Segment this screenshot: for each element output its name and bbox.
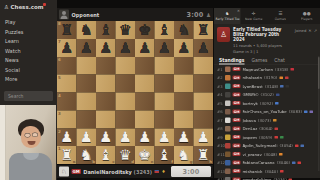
tab-new-game[interactable]: ✛New Game bbox=[241, 8, 268, 24]
standings-row[interactable]: #12GMFabianoCaruana (3046) bbox=[214, 158, 320, 167]
row-flag-icon bbox=[276, 93, 280, 96]
black-pawn[interactable]: ♟ bbox=[177, 41, 190, 56]
square-g7[interactable]: ♟ bbox=[174, 39, 194, 57]
standings-row[interactable]: #1GMMagnusCarlsen (3318) bbox=[214, 65, 320, 74]
black-pawn[interactable]: ♟ bbox=[60, 41, 73, 56]
square-g5[interactable] bbox=[174, 75, 194, 93]
row-player-name[interactable]: MagnusCarlsen bbox=[242, 67, 273, 72]
standings-row[interactable]: #14GMwonderfultime (3036) bbox=[214, 175, 320, 180]
square-e5[interactable] bbox=[135, 75, 155, 93]
file-label: h bbox=[209, 160, 212, 164]
square-d5[interactable] bbox=[116, 75, 136, 93]
square-f7[interactable]: ♟ bbox=[155, 39, 175, 57]
row-title-badge: GM bbox=[233, 135, 241, 139]
app: ♙ Chess.com PlayPuzzlesLearnWatchNewsSoc… bbox=[0, 0, 320, 180]
black-pawn-clock-icon: ♟ bbox=[206, 11, 211, 18]
black-pawn[interactable]: ♟ bbox=[119, 41, 132, 56]
row-flag-icon bbox=[285, 76, 289, 79]
square-a5[interactable]: 5 bbox=[57, 75, 77, 93]
row-flag-icon bbox=[280, 170, 284, 173]
square-h6[interactable] bbox=[194, 57, 214, 75]
row-flag-icon bbox=[275, 102, 279, 105]
share-icon[interactable]: ↗ bbox=[314, 28, 317, 33]
tab-label: Early Titled Tuesda... bbox=[215, 17, 239, 21]
row-rating: (3190) bbox=[264, 75, 277, 80]
row-title-badge: GM bbox=[233, 67, 241, 71]
black-pawn[interactable]: ♟ bbox=[80, 41, 93, 56]
row-flag-icon bbox=[286, 85, 290, 88]
square-a2[interactable]: 2♟ bbox=[57, 128, 77, 146]
white-bishop[interactable]: ♝ bbox=[99, 148, 112, 163]
standings-row[interactable]: #11GMvi_pranav (3048) bbox=[214, 150, 320, 159]
square-g2[interactable]: ♟ bbox=[174, 128, 194, 146]
black-pawn[interactable]: ♟ bbox=[158, 41, 171, 56]
sidebar-item-play[interactable]: Play bbox=[0, 18, 57, 28]
row-avatar bbox=[225, 66, 231, 72]
row-rank: #12 bbox=[217, 160, 223, 165]
square-d6[interactable] bbox=[116, 57, 136, 75]
panel-tabstrip: ♞Early Titled Tuesda...✕✛New Game☰Games●… bbox=[214, 8, 320, 24]
rank-label: 8 bbox=[58, 22, 61, 26]
standings-row[interactable]: #8GMDenLaz (3064) bbox=[214, 124, 320, 133]
opponent-name[interactable]: Opponent bbox=[72, 12, 100, 18]
sidebar-item-learn[interactable]: Learn bbox=[0, 37, 57, 47]
row-rank: #3 bbox=[217, 84, 223, 89]
rank-label: 6 bbox=[58, 58, 61, 62]
square-d1[interactable]: d♛ bbox=[116, 146, 136, 164]
square-h5[interactable] bbox=[194, 75, 214, 93]
black-knight[interactable]: ♞ bbox=[177, 23, 190, 38]
row-flag-icon bbox=[298, 161, 302, 164]
tab-label: Players bbox=[301, 17, 313, 21]
row-rank: #7 bbox=[217, 118, 223, 123]
row-flag-icon bbox=[310, 110, 314, 113]
standings-row[interactable]: #2GMnihalsarin (3190) bbox=[214, 73, 320, 82]
row-title-badge: GM bbox=[233, 118, 241, 122]
streamer-glasses-right bbox=[32, 133, 38, 138]
white-pawn[interactable]: ♟ bbox=[177, 130, 190, 145]
white-king[interactable]: ♚ bbox=[138, 148, 151, 163]
row-title-badge: GM bbox=[233, 143, 241, 147]
sidebar-menu: PlayPuzzlesLearnWatchNewsSocialMore bbox=[0, 18, 57, 85]
row-player-name[interactable]: FairChess_on_YouTube bbox=[242, 109, 286, 114]
square-a7[interactable]: 7♟ bbox=[57, 39, 77, 57]
row-rank: #10 bbox=[217, 143, 223, 148]
file-label: c bbox=[112, 160, 114, 164]
square-c4[interactable] bbox=[96, 93, 116, 111]
tournament-time-control: Game in 3 | 1 bbox=[233, 49, 292, 54]
square-h7[interactable]: ♟ bbox=[194, 39, 214, 57]
row-title-badge: GM bbox=[233, 92, 241, 96]
white-rook[interactable]: ♜ bbox=[60, 148, 73, 163]
chess-board: 8♜♞♝♛♚♝♞♜7♟♟♟♟♟♟♟♟65432♟♟♟♟♟♟♟♟1a♜b♞c♝d♛… bbox=[57, 21, 213, 164]
row-avatar bbox=[225, 177, 231, 180]
square-c7[interactable]: ♟ bbox=[96, 39, 116, 57]
knight-icon: ♞ bbox=[225, 11, 229, 16]
panel-subtabs: StandingsGamesChat bbox=[214, 55, 320, 65]
square-b6[interactable] bbox=[77, 57, 97, 75]
row-title-badge: GM bbox=[233, 101, 241, 105]
white-rook[interactable]: ♜ bbox=[197, 148, 210, 163]
row-avatar bbox=[225, 151, 231, 157]
rank-label: 7 bbox=[58, 40, 61, 44]
row-flag-icon bbox=[304, 110, 308, 113]
standings-row[interactable]: #5GMbortnyk (3092) bbox=[214, 99, 320, 108]
white-pawn[interactable]: ♟ bbox=[99, 130, 112, 145]
game-area: Opponent 3:00 ♟ 8♜♞♝♛♚♝♞♜7♟♟♟♟♟♟♟♟65432♟… bbox=[57, 8, 213, 178]
player-clock: 3:00 bbox=[171, 166, 211, 177]
square-g6[interactable] bbox=[174, 57, 194, 75]
row-avatar bbox=[225, 126, 231, 132]
square-a4[interactable]: 4 bbox=[57, 93, 77, 111]
row-avatar bbox=[225, 75, 231, 81]
rank-label: 1 bbox=[58, 147, 61, 151]
row-avatar bbox=[225, 92, 231, 98]
white-pawn[interactable]: ♟ bbox=[80, 130, 93, 145]
row-title-badge: GM bbox=[233, 84, 241, 88]
square-a8[interactable]: 8♜ bbox=[57, 21, 77, 39]
sidebar-item-watch[interactable]: Watch bbox=[0, 46, 57, 56]
row-title-badge: GM bbox=[233, 169, 241, 173]
row-player-name[interactable]: Aydin_Suleymanli bbox=[242, 143, 277, 148]
square-e4[interactable] bbox=[135, 93, 155, 111]
file-label: e bbox=[151, 160, 154, 164]
membership-diamond-icon: ♦ bbox=[162, 169, 166, 174]
tournament-details: 11 rounds • 5,400 players bbox=[233, 43, 292, 48]
square-g3[interactable] bbox=[174, 110, 194, 128]
row-rating: (3318) bbox=[275, 67, 288, 72]
row-rating: (3083) bbox=[289, 109, 302, 114]
rank-label: 5 bbox=[58, 76, 61, 80]
square-e7[interactable]: ♟ bbox=[135, 39, 155, 57]
square-c1[interactable]: c♝ bbox=[96, 146, 116, 164]
people-icon: ●● bbox=[303, 11, 311, 16]
square-b2[interactable]: ♟ bbox=[77, 128, 97, 146]
square-f2[interactable]: ♟ bbox=[155, 128, 175, 146]
standings-list: #1GMMagnusCarlsen (3318)#2GMnihalsarin (… bbox=[214, 65, 320, 180]
row-rank: #4 bbox=[217, 92, 223, 97]
row-title-badge: GM bbox=[233, 177, 241, 180]
file-label: d bbox=[131, 160, 134, 164]
black-knight[interactable]: ♞ bbox=[80, 23, 93, 38]
square-c3[interactable] bbox=[96, 110, 116, 128]
square-f3[interactable] bbox=[155, 110, 175, 128]
row-player-name[interactable]: wonderfultime bbox=[242, 177, 271, 180]
row-rating: (3059) bbox=[259, 135, 272, 140]
row-title-badge: GM bbox=[233, 152, 241, 156]
row-avatar bbox=[225, 109, 231, 115]
row-flag-icon bbox=[300, 144, 304, 147]
row-rank: #14 bbox=[217, 177, 223, 180]
standings-row[interactable]: #6GMFairChess_on_YouTube (3083) bbox=[214, 107, 320, 116]
black-queen[interactable]: ♛ bbox=[119, 23, 132, 38]
standings-row[interactable]: #9GMjospem (3059) bbox=[214, 133, 320, 142]
standings-row[interactable]: #7GMJobava (3073) bbox=[214, 116, 320, 125]
row-rank: #5 bbox=[217, 101, 223, 106]
row-rank: #1 bbox=[217, 67, 223, 72]
black-king[interactable]: ♚ bbox=[138, 23, 151, 38]
row-rank: #2 bbox=[217, 75, 223, 80]
row-rating: (3148) bbox=[265, 84, 278, 89]
row-flag-icon bbox=[289, 178, 293, 180]
square-d8[interactable]: ♛ bbox=[116, 21, 136, 39]
square-h4[interactable] bbox=[194, 93, 214, 111]
tab-early-titled-tuesda[interactable]: ♞Early Titled Tuesda...✕ bbox=[214, 8, 241, 24]
right-panel: ♞Early Titled Tuesda...✕✛New Game☰Games●… bbox=[214, 8, 320, 178]
row-player-name[interactable]: jospem bbox=[242, 135, 257, 140]
row-flag-icon bbox=[279, 76, 283, 79]
row-rating: (3040) bbox=[265, 169, 278, 174]
player-name[interactable]: DanielNaroditsky (3243) bbox=[83, 169, 152, 175]
square-f8[interactable]: ♝ bbox=[155, 21, 175, 39]
row-avatar bbox=[225, 134, 231, 140]
square-c2[interactable]: ♟ bbox=[96, 128, 116, 146]
sidebar-item-social[interactable]: Social bbox=[0, 65, 57, 75]
row-rating: (3036) bbox=[273, 177, 286, 180]
opponent-clock: 3:00 bbox=[186, 11, 203, 19]
square-b3[interactable] bbox=[77, 110, 97, 128]
row-flag-icon bbox=[295, 144, 299, 147]
row-flag-icon bbox=[279, 153, 283, 156]
joined-label: Joined bbox=[295, 28, 307, 33]
sidebar-item-more[interactable]: More bbox=[0, 75, 57, 85]
square-c5[interactable] bbox=[96, 75, 116, 93]
black-bishop[interactable]: ♝ bbox=[158, 23, 171, 38]
square-f1[interactable]: f♝ bbox=[155, 146, 175, 164]
player-title-badge: GM bbox=[72, 169, 81, 174]
square-d3[interactable] bbox=[116, 110, 136, 128]
row-rank: #6 bbox=[217, 109, 223, 114]
black-rook[interactable]: ♜ bbox=[197, 23, 210, 38]
square-h3[interactable] bbox=[194, 110, 214, 128]
square-e3[interactable] bbox=[135, 110, 155, 128]
site-logo[interactable]: ♙ Chess.com bbox=[0, 0, 57, 11]
sidebar-item-puzzles[interactable]: Puzzles bbox=[0, 27, 57, 37]
search-input[interactable]: Search bbox=[4, 91, 53, 101]
row-player-name[interactable]: nihalsarin bbox=[242, 75, 262, 80]
notification-badge bbox=[43, 3, 46, 6]
row-flag-icon bbox=[280, 136, 284, 139]
row-title-badge: GM bbox=[233, 160, 241, 164]
webcam-background bbox=[0, 105, 6, 180]
square-d7[interactable]: ♟ bbox=[116, 39, 136, 57]
standings-row[interactable]: #3GMLyonBeast (3148) bbox=[214, 82, 320, 91]
row-player-name[interactable]: bortnyk bbox=[242, 101, 257, 106]
opponent-bar: Opponent 3:00 ♟ bbox=[57, 8, 213, 21]
white-pawn[interactable]: ♟ bbox=[197, 130, 210, 145]
square-e8[interactable]: ♚ bbox=[135, 21, 155, 39]
row-title-badge: GM bbox=[233, 126, 241, 130]
square-f5[interactable] bbox=[155, 75, 175, 93]
row-flag-icon bbox=[292, 161, 296, 164]
row-rating: (3102) bbox=[261, 92, 274, 97]
white-knight[interactable]: ♞ bbox=[80, 148, 93, 163]
black-bishop[interactable]: ♝ bbox=[99, 23, 112, 38]
row-player-name[interactable]: Jobava bbox=[242, 118, 255, 123]
row-player-name[interactable]: mishanick bbox=[242, 169, 262, 174]
row-player-name[interactable]: GMWSO bbox=[242, 92, 258, 97]
player-bar: ♘ GM DanielNaroditsky (3243) ♦ 3:00 bbox=[57, 165, 213, 178]
row-avatar bbox=[225, 168, 231, 174]
square-a3[interactable]: 3 bbox=[57, 110, 77, 128]
black-pawn[interactable]: ♟ bbox=[99, 41, 112, 56]
webcam-overlay bbox=[0, 105, 56, 180]
square-b7[interactable]: ♟ bbox=[77, 39, 97, 57]
player-flag-icon bbox=[155, 170, 160, 173]
row-rank: #9 bbox=[217, 135, 223, 140]
white-pawn[interactable]: ♟ bbox=[138, 130, 151, 145]
site-logo-text: Chess.com bbox=[10, 4, 43, 11]
row-player-name[interactable]: FabianoCaruana bbox=[242, 160, 274, 165]
row-rating: (3048) bbox=[264, 152, 277, 157]
row-flag-icon bbox=[290, 68, 294, 71]
row-avatar bbox=[225, 83, 231, 89]
square-e6[interactable] bbox=[135, 57, 155, 75]
square-f4[interactable] bbox=[155, 93, 175, 111]
subtab-chat[interactable]: Chat bbox=[274, 56, 285, 64]
person-icon-body bbox=[61, 16, 68, 20]
white-pawn[interactable]: ♟ bbox=[158, 130, 171, 145]
row-avatar bbox=[225, 100, 231, 106]
black-rook[interactable]: ♜ bbox=[60, 23, 73, 38]
square-h2[interactable]: ♟ bbox=[194, 128, 214, 146]
square-b1[interactable]: b♞ bbox=[77, 146, 97, 164]
white-bishop[interactable]: ♝ bbox=[158, 148, 171, 163]
scrollbar-thumb[interactable] bbox=[318, 57, 320, 89]
row-flag-icon bbox=[275, 127, 279, 130]
sidebar-item-news[interactable]: News bbox=[0, 56, 57, 66]
pawn-logo-icon: ♙ bbox=[4, 4, 9, 11]
square-d4[interactable] bbox=[116, 93, 136, 111]
tournament-title[interactable]: Early Titled Tuesday Blitz February 20th… bbox=[233, 27, 292, 42]
rank-label: 2 bbox=[58, 129, 61, 133]
square-a6[interactable]: 6 bbox=[57, 57, 77, 75]
square-b5[interactable] bbox=[77, 75, 97, 93]
row-flag-icon bbox=[280, 85, 284, 88]
subtab-games[interactable]: Games bbox=[252, 56, 268, 64]
square-b8[interactable]: ♞ bbox=[77, 21, 97, 39]
streamer-glasses-left bbox=[25, 133, 31, 138]
row-flag-icon bbox=[273, 119, 277, 122]
standings-row[interactable]: #13GMmishanick (3040) bbox=[214, 167, 320, 176]
square-d2[interactable]: ♟ bbox=[116, 128, 136, 146]
row-rating: (3064) bbox=[259, 126, 272, 131]
square-g4[interactable] bbox=[174, 93, 194, 111]
row-avatar bbox=[225, 160, 231, 166]
row-avatar bbox=[225, 117, 231, 123]
row-rating: (3073) bbox=[258, 118, 271, 123]
white-pawn[interactable]: ♟ bbox=[119, 130, 132, 145]
row-avatar bbox=[225, 143, 231, 149]
square-c6[interactable] bbox=[96, 57, 116, 75]
square-a1[interactable]: 1a♜ bbox=[57, 146, 77, 164]
black-pawn[interactable]: ♟ bbox=[197, 41, 210, 56]
opponent-avatar[interactable] bbox=[59, 10, 69, 20]
rank-label: 3 bbox=[58, 111, 61, 115]
standings-row[interactable]: #4GMGMWSO (3102) bbox=[214, 90, 320, 99]
file-label: g bbox=[190, 160, 193, 164]
file-label: a bbox=[73, 160, 76, 164]
tab-games[interactable]: ☰Games bbox=[267, 8, 294, 24]
tournament-header: ♙ Early Titled Tuesday Blitz February 20… bbox=[214, 24, 320, 55]
row-flag-icon bbox=[274, 136, 278, 139]
square-c8[interactable]: ♝ bbox=[96, 21, 116, 39]
row-player-name[interactable]: LyonBeast bbox=[242, 84, 263, 89]
black-pawn[interactable]: ♟ bbox=[138, 41, 151, 56]
subtab-standings[interactable]: Standings bbox=[219, 56, 245, 64]
standings-row[interactable]: #10GMAydin_Suleymanli (3054) bbox=[214, 141, 320, 150]
square-e2[interactable]: ♟ bbox=[135, 128, 155, 146]
tab-label: New Game bbox=[245, 17, 263, 21]
row-rating: (3092) bbox=[260, 101, 273, 106]
square-h1[interactable]: h♜ bbox=[194, 146, 214, 164]
tournament-logo-icon: ♙ bbox=[217, 27, 230, 42]
tab-label: Games bbox=[275, 17, 286, 21]
plus-icon: ✛ bbox=[252, 11, 256, 16]
row-rating: (3054) bbox=[280, 143, 293, 148]
leave-tournament-icon[interactable]: ✕ bbox=[308, 28, 311, 33]
row-player-name[interactable]: vi_pranav bbox=[242, 152, 261, 157]
square-f6[interactable] bbox=[155, 57, 175, 75]
square-e1[interactable]: e♚ bbox=[135, 146, 155, 164]
row-rank: #11 bbox=[217, 152, 223, 157]
file-label: b bbox=[92, 160, 95, 164]
row-title-badge: GM bbox=[233, 75, 241, 79]
white-pawn[interactable]: ♟ bbox=[60, 130, 73, 145]
row-title-badge: GM bbox=[233, 109, 241, 113]
white-queen[interactable]: ♛ bbox=[119, 148, 132, 163]
row-rank: #8 bbox=[217, 126, 223, 131]
list-icon: ☰ bbox=[278, 11, 282, 16]
row-rating: (3046) bbox=[277, 160, 290, 165]
person-icon bbox=[62, 11, 66, 15]
row-rank: #13 bbox=[217, 169, 223, 174]
tab-players[interactable]: ●●Players bbox=[294, 8, 320, 24]
square-g1[interactable]: g♞ bbox=[174, 146, 194, 164]
rank-label: 4 bbox=[58, 94, 61, 98]
square-b4[interactable] bbox=[77, 93, 97, 111]
player-avatar-pawn-icon: ♘ bbox=[59, 168, 69, 176]
square-g8[interactable]: ♞ bbox=[174, 21, 194, 39]
row-player-name[interactable]: DenLaz bbox=[242, 126, 257, 131]
white-knight[interactable]: ♞ bbox=[177, 148, 190, 163]
square-h8[interactable]: ♜ bbox=[194, 21, 214, 39]
player-avatar[interactable]: ♘ bbox=[59, 167, 69, 177]
file-label: f bbox=[171, 160, 173, 164]
